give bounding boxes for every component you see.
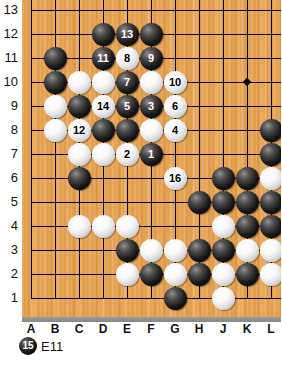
white-stone-G8: 4 [164, 119, 187, 142]
black-stone-D8 [92, 119, 115, 142]
white-stone-D4 [92, 215, 115, 238]
col-label-A: A [19, 322, 43, 336]
black-stone-E12: 13 [116, 23, 139, 46]
row-label-8: 8 [0, 122, 18, 138]
col-label-F: F [139, 322, 163, 336]
black-stone-C6 [68, 167, 91, 190]
black-stone-L5 [260, 191, 282, 214]
white-stone-D10 [92, 71, 115, 94]
white-stone-B8 [44, 119, 67, 142]
white-stone-G3 [164, 239, 187, 262]
row-label-11: 11 [0, 50, 18, 66]
white-stone-C10 [68, 71, 91, 94]
row-label-10: 10 [0, 74, 18, 90]
row-label-3: 3 [0, 242, 18, 258]
black-stone-B11 [44, 47, 67, 70]
white-stone-G10: 10 [164, 71, 187, 94]
black-stone-K6 [236, 167, 259, 190]
row-label-7: 7 [0, 146, 18, 162]
black-stone-J6 [212, 167, 235, 190]
move-caption: 15 E11 [19, 336, 63, 356]
black-stone-H3 [188, 239, 211, 262]
black-stone-L8 [260, 119, 282, 142]
black-stone-K2 [236, 263, 259, 286]
white-stone-J2 [212, 263, 235, 286]
col-label-D: D [91, 322, 115, 336]
row-label-12: 12 [0, 26, 18, 42]
white-stone-E7: 2 [116, 143, 139, 166]
white-stone-D7 [92, 143, 115, 166]
col-label-J: J [211, 322, 235, 336]
white-stone-L2 [260, 263, 282, 286]
black-stone-J3 [212, 239, 235, 262]
black-stone-E10: 7 [116, 71, 139, 94]
row-label-2: 2 [0, 266, 18, 282]
col-label-L: L [259, 322, 281, 336]
white-stone-G9: 6 [164, 95, 187, 118]
black-stone-D12 [92, 23, 115, 46]
col-label-G: G [163, 322, 187, 336]
black-stone-H2 [188, 263, 211, 286]
col-label-B: B [43, 322, 67, 336]
caption-coordinate: E11 [41, 339, 63, 354]
white-stone-G6: 16 [164, 167, 187, 190]
row-label-13: 13 [0, 2, 18, 18]
black-stone-K4 [236, 215, 259, 238]
board-shadow [22, 317, 281, 322]
black-stone-F7: 1 [140, 143, 163, 166]
black-stone-E8 [116, 119, 139, 142]
go-board[interactable]: 131189710145361242116 [19, 0, 281, 310]
white-stone-K3 [236, 239, 259, 262]
white-stone-E4 [116, 215, 139, 238]
black-stone-F9: 3 [140, 95, 163, 118]
white-stone-E2 [116, 263, 139, 286]
white-stone-F8 [140, 119, 163, 142]
col-label-K: K [235, 322, 259, 336]
black-stone-C9 [68, 95, 91, 118]
black-stone-F11: 9 [140, 47, 163, 70]
row-label-4: 4 [0, 218, 18, 234]
black-stone-H5 [188, 191, 211, 214]
row-label-5: 5 [0, 194, 18, 210]
white-stone-F10 [140, 71, 163, 94]
white-stone-F3 [140, 239, 163, 262]
black-stone-J5 [212, 191, 235, 214]
black-stone-G1 [164, 287, 187, 310]
white-stone-L3 [260, 239, 282, 262]
white-stone-E11: 8 [116, 47, 139, 70]
row-label-6: 6 [0, 170, 18, 186]
white-stone-J1 [212, 287, 235, 310]
row-label-9: 9 [0, 98, 18, 114]
go-diagram: 131189710145361242116 13121110987654321 … [0, 0, 281, 369]
white-stone-B9 [44, 95, 67, 118]
black-stone-E9: 5 [116, 95, 139, 118]
white-stone-C7 [68, 143, 91, 166]
white-stone-C8: 12 [68, 119, 91, 142]
black-stone-L7 [260, 143, 282, 166]
black-stone-K5 [236, 191, 259, 214]
col-label-H: H [187, 322, 211, 336]
black-stone-D11: 11 [92, 47, 115, 70]
row-label-1: 1 [0, 290, 18, 306]
black-stone-B10 [44, 71, 67, 94]
black-stone-F12 [140, 23, 163, 46]
white-stone-L6 [260, 167, 282, 190]
black-stone-F2 [140, 263, 163, 286]
white-stone-G2 [164, 263, 187, 286]
black-stone-E3 [116, 239, 139, 262]
col-label-C: C [67, 322, 91, 336]
black-stone-L4 [260, 215, 282, 238]
white-stone-D9: 14 [92, 95, 115, 118]
white-stone-C4 [68, 215, 91, 238]
white-stone-J4 [212, 215, 235, 238]
black-stone-icon: 15 [19, 337, 37, 355]
col-label-E: E [115, 322, 139, 336]
